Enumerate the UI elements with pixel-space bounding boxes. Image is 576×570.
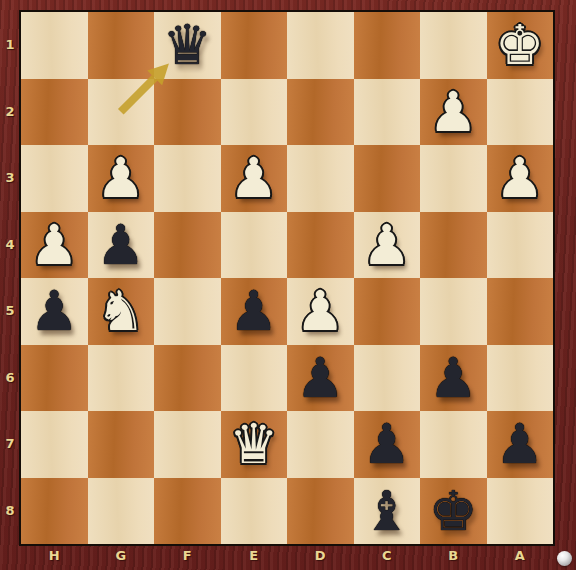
square-c2[interactable] — [354, 79, 421, 146]
square-e6[interactable] — [221, 345, 288, 412]
square-d8[interactable] — [287, 478, 354, 545]
file-label-H: H — [21, 548, 88, 563]
piece-black-king[interactable]: ♚ — [420, 478, 487, 545]
square-e4[interactable] — [221, 212, 288, 279]
file-label-D: D — [287, 548, 354, 563]
rank-label-3: 3 — [0, 170, 20, 185]
piece-black-pawn[interactable]: ♟ — [354, 411, 421, 478]
square-b7[interactable] — [420, 411, 487, 478]
square-a2[interactable] — [487, 79, 554, 146]
square-g1[interactable] — [88, 12, 155, 79]
piece-white-pawn[interactable]: ♟ — [88, 145, 155, 212]
piece-black-pawn[interactable]: ♟ — [487, 411, 554, 478]
file-label-B: B — [420, 548, 487, 563]
square-b5[interactable] — [420, 278, 487, 345]
square-g2[interactable] — [88, 79, 155, 146]
rank-label-2: 2 — [0, 104, 20, 119]
chess-board: ♛♚♟♟♟♟♟♟♟♟♞♟♟♟♟♛♟♟♝♚ — [21, 12, 553, 544]
square-g7[interactable] — [88, 411, 155, 478]
square-a5[interactable] — [487, 278, 554, 345]
square-f4[interactable] — [154, 212, 221, 279]
square-a3[interactable]: ♟ — [487, 145, 554, 212]
square-g8[interactable] — [88, 478, 155, 545]
square-h7[interactable] — [21, 411, 88, 478]
piece-black-pawn[interactable]: ♟ — [287, 345, 354, 412]
square-g4[interactable]: ♟ — [88, 212, 155, 279]
piece-black-pawn[interactable]: ♟ — [21, 278, 88, 345]
file-label-A: A — [487, 548, 554, 563]
piece-white-pawn[interactable]: ♟ — [354, 212, 421, 279]
square-e1[interactable] — [221, 12, 288, 79]
square-a8[interactable] — [487, 478, 554, 545]
square-h1[interactable] — [21, 12, 88, 79]
file-label-E: E — [221, 548, 288, 563]
piece-black-pawn[interactable]: ♟ — [88, 212, 155, 279]
rank-label-7: 7 — [0, 436, 20, 451]
chessboard-frame: ♛♚♟♟♟♟♟♟♟♟♞♟♟♟♟♛♟♟♝♚ 12345678 HGFEDCBA — [0, 0, 576, 570]
square-e8[interactable] — [221, 478, 288, 545]
square-c4[interactable]: ♟ — [354, 212, 421, 279]
square-b6[interactable]: ♟ — [420, 345, 487, 412]
square-d7[interactable] — [287, 411, 354, 478]
square-d2[interactable] — [287, 79, 354, 146]
square-f8[interactable] — [154, 478, 221, 545]
piece-white-pawn[interactable]: ♟ — [221, 145, 288, 212]
square-h4[interactable]: ♟ — [21, 212, 88, 279]
square-e7[interactable]: ♛ — [221, 411, 288, 478]
square-c8[interactable]: ♝ — [354, 478, 421, 545]
piece-black-queen[interactable]: ♛ — [154, 12, 221, 79]
square-a6[interactable] — [487, 345, 554, 412]
piece-black-pawn[interactable]: ♟ — [221, 278, 288, 345]
square-b3[interactable] — [420, 145, 487, 212]
square-h8[interactable] — [21, 478, 88, 545]
square-c3[interactable] — [354, 145, 421, 212]
file-label-G: G — [88, 548, 155, 563]
square-d3[interactable] — [287, 145, 354, 212]
square-c5[interactable] — [354, 278, 421, 345]
square-f7[interactable] — [154, 411, 221, 478]
square-e3[interactable]: ♟ — [221, 145, 288, 212]
square-a1[interactable]: ♚ — [487, 12, 554, 79]
file-label-C: C — [354, 548, 421, 563]
rank-label-6: 6 — [0, 370, 20, 385]
square-d5[interactable]: ♟ — [287, 278, 354, 345]
square-f6[interactable] — [154, 345, 221, 412]
piece-black-pawn[interactable]: ♟ — [420, 345, 487, 412]
square-e2[interactable] — [221, 79, 288, 146]
file-label-F: F — [154, 548, 221, 563]
square-b1[interactable] — [420, 12, 487, 79]
square-c7[interactable]: ♟ — [354, 411, 421, 478]
piece-white-pawn[interactable]: ♟ — [487, 145, 554, 212]
square-d6[interactable]: ♟ — [287, 345, 354, 412]
square-d1[interactable] — [287, 12, 354, 79]
square-h5[interactable]: ♟ — [21, 278, 88, 345]
rank-label-1: 1 — [0, 37, 20, 52]
square-h2[interactable] — [21, 79, 88, 146]
square-c1[interactable] — [354, 12, 421, 79]
square-b4[interactable] — [420, 212, 487, 279]
piece-white-pawn[interactable]: ♟ — [21, 212, 88, 279]
square-g5[interactable]: ♞ — [88, 278, 155, 345]
square-f2[interactable] — [154, 79, 221, 146]
piece-white-queen[interactable]: ♛ — [221, 411, 288, 478]
piece-white-king[interactable]: ♚ — [487, 12, 554, 79]
square-f1[interactable]: ♛ — [154, 12, 221, 79]
square-h3[interactable] — [21, 145, 88, 212]
piece-black-bishop[interactable]: ♝ — [354, 478, 421, 545]
square-e5[interactable]: ♟ — [221, 278, 288, 345]
square-g6[interactable] — [88, 345, 155, 412]
piece-white-pawn[interactable]: ♟ — [420, 79, 487, 146]
square-b2[interactable]: ♟ — [420, 79, 487, 146]
square-g3[interactable]: ♟ — [88, 145, 155, 212]
rank-label-8: 8 — [0, 503, 20, 518]
rank-label-5: 5 — [0, 303, 20, 318]
square-h6[interactable] — [21, 345, 88, 412]
rank-label-4: 4 — [0, 237, 20, 252]
square-f5[interactable] — [154, 278, 221, 345]
square-a4[interactable] — [487, 212, 554, 279]
piece-white-pawn[interactable]: ♟ — [287, 278, 354, 345]
square-a7[interactable]: ♟ — [487, 411, 554, 478]
square-d4[interactable] — [287, 212, 354, 279]
square-f3[interactable] — [154, 145, 221, 212]
square-b8[interactable]: ♚ — [420, 478, 487, 545]
piece-white-knight[interactable]: ♞ — [88, 278, 155, 345]
move-indicator-icon — [557, 551, 572, 566]
square-c6[interactable] — [354, 345, 421, 412]
